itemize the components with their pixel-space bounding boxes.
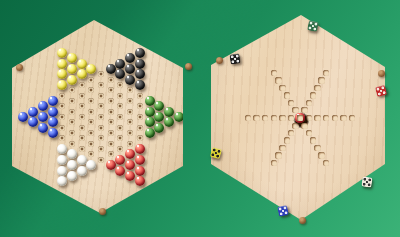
- track-hole[interactable]: [318, 152, 325, 159]
- empty-hole[interactable]: [79, 82, 85, 88]
- marble-yellow[interactable]: [57, 48, 67, 58]
- marble-blue[interactable]: [48, 96, 58, 106]
- marble-black[interactable]: [125, 64, 135, 74]
- empty-hole[interactable]: [127, 141, 133, 147]
- marble-red[interactable]: [135, 166, 145, 176]
- marble-red[interactable]: [106, 160, 116, 170]
- marble-yellow[interactable]: [67, 64, 77, 74]
- marble-green[interactable]: [145, 117, 155, 127]
- marble-white[interactable]: [67, 171, 77, 181]
- die-black[interactable]: [230, 54, 241, 65]
- marble-red[interactable]: [135, 155, 145, 165]
- empty-hole[interactable]: [98, 125, 104, 131]
- empty-hole[interactable]: [127, 109, 133, 115]
- empty-hole[interactable]: [88, 77, 94, 83]
- track-hole[interactable]: [301, 123, 308, 130]
- marble-green[interactable]: [164, 107, 174, 117]
- marble-blue[interactable]: [48, 128, 58, 138]
- empty-hole[interactable]: [69, 130, 75, 136]
- track-hole[interactable]: [275, 77, 282, 84]
- empty-hole[interactable]: [79, 93, 85, 99]
- marble-yellow[interactable]: [67, 75, 77, 85]
- marble-white[interactable]: [57, 166, 67, 176]
- empty-hole[interactable]: [69, 98, 75, 104]
- marble-black[interactable]: [135, 59, 145, 69]
- marble-yellow[interactable]: [57, 59, 67, 69]
- marble-red[interactable]: [115, 166, 125, 176]
- marble-blue[interactable]: [28, 107, 38, 117]
- empty-hole[interactable]: [98, 114, 104, 120]
- track-hole[interactable]: [279, 85, 286, 92]
- marble-white[interactable]: [77, 166, 87, 176]
- marble-black[interactable]: [135, 80, 145, 90]
- track-hole[interactable]: [306, 100, 313, 107]
- track-hole[interactable]: [314, 85, 321, 92]
- marble-black[interactable]: [135, 69, 145, 79]
- empty-hole[interactable]: [108, 87, 114, 93]
- marble-blue[interactable]: [48, 107, 58, 117]
- empty-hole[interactable]: [69, 141, 75, 147]
- empty-hole[interactable]: [108, 130, 114, 136]
- track-hole[interactable]: [314, 115, 321, 122]
- wooden-dowel-peg: [299, 217, 306, 224]
- photo-two-wooden-marble-game-boards: { "game": "Two wooden hexagonal marble g…: [0, 0, 400, 237]
- empty-hole[interactable]: [137, 93, 143, 99]
- marble-white[interactable]: [67, 160, 77, 170]
- track-hole[interactable]: [284, 137, 291, 144]
- wooden-dowel-peg: [216, 57, 223, 64]
- marble-yellow[interactable]: [77, 59, 87, 69]
- empty-hole[interactable]: [79, 103, 85, 109]
- track-hole[interactable]: [284, 92, 291, 99]
- marble-green[interactable]: [174, 112, 184, 122]
- marble-red[interactable]: [125, 171, 135, 181]
- marble-black[interactable]: [106, 64, 116, 74]
- marble-black[interactable]: [125, 75, 135, 85]
- empty-hole[interactable]: [59, 93, 65, 99]
- empty-hole[interactable]: [108, 77, 114, 83]
- track-hole[interactable]: [310, 92, 317, 99]
- marble-green[interactable]: [145, 107, 155, 117]
- empty-hole[interactable]: [108, 141, 114, 147]
- empty-hole[interactable]: [108, 98, 114, 104]
- marble-blue[interactable]: [38, 112, 48, 122]
- empty-hole[interactable]: [88, 109, 94, 115]
- marble-yellow[interactable]: [77, 69, 87, 79]
- track-hole[interactable]: [314, 145, 321, 152]
- aggravation-hexagon: [205, 8, 399, 225]
- marble-green[interactable]: [145, 128, 155, 138]
- marble-yellow[interactable]: [67, 53, 77, 63]
- die-red[interactable]: [375, 85, 387, 97]
- wooden-dowel-peg: [99, 208, 106, 215]
- marble-blue[interactable]: [38, 123, 48, 133]
- marble-blue[interactable]: [48, 117, 58, 127]
- marble-black[interactable]: [135, 48, 145, 58]
- empty-hole[interactable]: [108, 109, 114, 115]
- empty-hole[interactable]: [59, 125, 65, 131]
- empty-hole[interactable]: [79, 125, 85, 131]
- empty-hole[interactable]: [69, 109, 75, 115]
- empty-hole[interactable]: [137, 125, 143, 131]
- track-hole[interactable]: [279, 115, 286, 122]
- marble-black[interactable]: [115, 59, 125, 69]
- marble-red[interactable]: [135, 144, 145, 154]
- marble-green[interactable]: [145, 96, 155, 106]
- empty-hole[interactable]: [137, 114, 143, 120]
- marble-white[interactable]: [77, 155, 87, 165]
- wooden-dowel-peg: [185, 63, 192, 70]
- track-hole[interactable]: [275, 152, 282, 159]
- aggravation-wahoo-board: [205, 8, 399, 225]
- empty-hole[interactable]: [98, 93, 104, 99]
- track-hole[interactable]: [292, 123, 299, 130]
- track-hole[interactable]: [340, 115, 347, 122]
- empty-hole[interactable]: [98, 157, 104, 163]
- empty-hole[interactable]: [79, 146, 85, 152]
- empty-hole[interactable]: [127, 98, 133, 104]
- chinese-checkers-board: [2, 16, 200, 218]
- marble-red[interactable]: [135, 176, 145, 186]
- marble-white[interactable]: [57, 155, 67, 165]
- marble-green[interactable]: [154, 123, 164, 133]
- die-blue[interactable]: [277, 205, 288, 216]
- wooden-dowel-peg: [16, 64, 23, 71]
- wooden-dowel-peg: [378, 70, 385, 77]
- empty-hole[interactable]: [98, 82, 104, 88]
- empty-hole[interactable]: [79, 114, 85, 120]
- die-white[interactable]: [362, 177, 373, 188]
- chinese-checkers-hexagon: [2, 16, 200, 218]
- track-hole[interactable]: [318, 77, 325, 84]
- track-hole[interactable]: [253, 115, 260, 122]
